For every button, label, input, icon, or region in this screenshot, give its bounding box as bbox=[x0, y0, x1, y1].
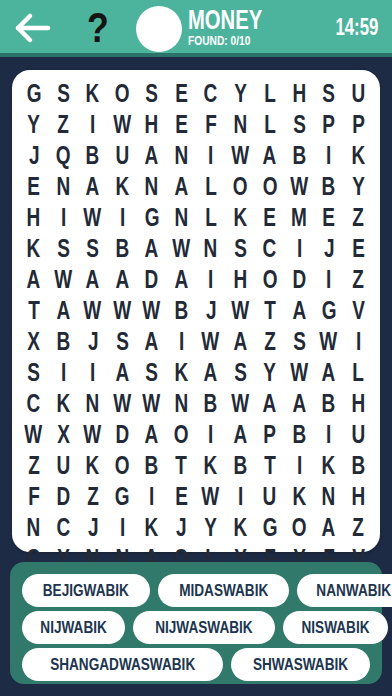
grid-cell[interactable]: A bbox=[137, 233, 167, 264]
grid-letter: U bbox=[56, 450, 70, 481]
grid-cell[interactable]: A bbox=[226, 419, 256, 450]
grid-cell[interactable]: N bbox=[196, 233, 226, 264]
grid-cell[interactable]: F bbox=[196, 109, 226, 140]
grid-cell[interactable]: J bbox=[167, 512, 197, 543]
grid-letter: B bbox=[86, 140, 100, 171]
grid-cell[interactable]: I bbox=[314, 419, 344, 450]
grid-cell[interactable]: A bbox=[167, 171, 197, 202]
grid-letter: X bbox=[57, 419, 70, 450]
grid-letter: J bbox=[176, 512, 187, 543]
grid-cell[interactable]: E bbox=[167, 481, 197, 512]
grid-cell[interactable]: O bbox=[108, 78, 138, 109]
grid-letter: Z bbox=[57, 109, 69, 140]
grid-cell[interactable]: H bbox=[137, 109, 167, 140]
grid-cell[interactable]: B bbox=[167, 295, 197, 326]
grid-letter: W bbox=[231, 295, 249, 326]
grid-letter: C bbox=[56, 512, 70, 543]
grid-cell[interactable]: U bbox=[344, 78, 374, 109]
title-block: MONEY FOUND: 0/10 bbox=[188, 6, 318, 48]
grid-letter: W bbox=[172, 233, 190, 264]
grid-cell[interactable]: M bbox=[285, 202, 315, 233]
grid-letter: D bbox=[115, 419, 129, 450]
grid-cell[interactable]: W bbox=[285, 171, 315, 202]
grid-cell[interactable]: Y bbox=[19, 109, 49, 140]
grid-cell[interactable]: Q bbox=[49, 140, 79, 171]
grid-cell[interactable]: J bbox=[78, 512, 108, 543]
grid-letter: A bbox=[145, 140, 159, 171]
grid-letter: W bbox=[84, 295, 102, 326]
grid-cell[interactable]: X bbox=[19, 326, 49, 357]
grid-cell[interactable]: G bbox=[255, 512, 285, 543]
grid-cell[interactable]: O bbox=[255, 171, 285, 202]
grid-cell[interactable]: W bbox=[226, 388, 256, 419]
grid-cell[interactable]: Y bbox=[196, 512, 226, 543]
grid-cell[interactable]: V bbox=[344, 295, 374, 326]
grid-cell[interactable]: I bbox=[344, 326, 374, 357]
grid-cell[interactable]: I bbox=[314, 264, 344, 295]
grid-cell[interactable]: W bbox=[78, 295, 108, 326]
grid-cell[interactable]: E bbox=[255, 202, 285, 233]
grid-letter: T bbox=[175, 450, 187, 481]
grid-letter: N bbox=[86, 388, 100, 419]
grid-cell[interactable]: H bbox=[19, 202, 49, 233]
grid-letter: J bbox=[87, 326, 98, 357]
grid-cell[interactable]: Z bbox=[19, 450, 49, 481]
grid-cell[interactable]: C bbox=[49, 512, 79, 543]
grid-letter: D bbox=[56, 481, 70, 512]
grid-cell[interactable]: I bbox=[196, 264, 226, 295]
grid-letter: L bbox=[264, 78, 276, 109]
grid-letter: A bbox=[115, 357, 129, 388]
grid-cell[interactable]: W bbox=[226, 295, 256, 326]
grid-cell[interactable]: J bbox=[78, 326, 108, 357]
grid-cell[interactable]: N bbox=[167, 388, 197, 419]
grid-cell[interactable]: Z bbox=[344, 264, 374, 295]
grid-cell[interactable]: A bbox=[255, 140, 285, 171]
grid-cell[interactable]: H bbox=[285, 78, 315, 109]
grid-cell[interactable]: A bbox=[285, 295, 315, 326]
grid-letter: W bbox=[143, 388, 161, 419]
grid-cell[interactable]: W bbox=[226, 140, 256, 171]
grid-cell[interactable]: U bbox=[255, 481, 285, 512]
grid-letter: H bbox=[233, 264, 247, 295]
grid-cell[interactable]: Y bbox=[255, 357, 285, 388]
word-pill[interactable]: NIJWASWABIK bbox=[133, 611, 275, 644]
grid-letter: A bbox=[233, 326, 247, 357]
grid-cell[interactable]: B bbox=[49, 326, 79, 357]
grid-cell[interactable]: W bbox=[49, 264, 79, 295]
grid-cell[interactable]: I bbox=[78, 357, 108, 388]
grid-letter: D bbox=[145, 264, 159, 295]
grid-letter: A bbox=[292, 295, 306, 326]
grid-cell[interactable]: A bbox=[78, 171, 108, 202]
grid-cell[interactable]: S bbox=[108, 326, 138, 357]
grid-cell[interactable]: K bbox=[314, 450, 344, 481]
word-pill-label: SHWASWABIK bbox=[253, 655, 348, 675]
grid-cell[interactable]: Z bbox=[78, 481, 108, 512]
back-button[interactable] bbox=[13, 11, 53, 45]
letter-grid: GSKOSECYLHSUYZIWHEFNLSPPJQBUANIWABIKENAK… bbox=[12, 70, 380, 552]
grid-cell[interactable]: S bbox=[137, 78, 167, 109]
grid-letter: O bbox=[174, 419, 189, 450]
grid-cell[interactable]: K bbox=[137, 512, 167, 543]
top-bar: ? MONEY FOUND: 0/10 14:59 bbox=[0, 0, 392, 53]
grid-cell[interactable]: N bbox=[314, 481, 344, 512]
grid-letter: W bbox=[143, 295, 161, 326]
word-pill-label: NANWABIK bbox=[316, 581, 391, 601]
grid-cell[interactable]: C bbox=[19, 388, 49, 419]
grid-letter: U bbox=[351, 419, 365, 450]
grid-cell[interactable]: K bbox=[167, 357, 197, 388]
grid-letter: W bbox=[231, 388, 249, 419]
grid-cell[interactable]: C bbox=[255, 233, 285, 264]
grid-cell[interactable]: S bbox=[49, 78, 79, 109]
grid-cell[interactable]: N bbox=[167, 140, 197, 171]
grid-letter: I bbox=[297, 450, 302, 481]
grid-letter: K bbox=[351, 140, 365, 171]
grid-cell[interactable]: W bbox=[108, 295, 138, 326]
word-pill[interactable]: NIJWABIK bbox=[22, 611, 125, 644]
grid-cell[interactable]: A bbox=[255, 388, 285, 419]
grid-cell[interactable]: I bbox=[137, 481, 167, 512]
grid-letter: Z bbox=[28, 450, 40, 481]
grid-letter: J bbox=[323, 233, 334, 264]
grid-cell[interactable]: W bbox=[196, 481, 226, 512]
grid-letter: I bbox=[149, 481, 154, 512]
grid-letter: K bbox=[233, 512, 247, 543]
grid-cell[interactable]: T bbox=[19, 295, 49, 326]
grid-letter: O bbox=[115, 78, 130, 109]
grid-cell[interactable]: Z bbox=[344, 512, 374, 543]
grid-letter: G bbox=[26, 78, 41, 109]
grid-cell[interactable]: I bbox=[285, 450, 315, 481]
grid-cell[interactable]: W bbox=[78, 419, 108, 450]
grid-cell[interactable]: C bbox=[196, 78, 226, 109]
grid-cell[interactable]: A bbox=[137, 140, 167, 171]
grid-cell[interactable]: A bbox=[108, 357, 138, 388]
grid-letter: O bbox=[233, 171, 248, 202]
grid-cell[interactable]: I bbox=[196, 140, 226, 171]
grid-cell[interactable]: B bbox=[196, 388, 226, 419]
grid-cell[interactable]: S bbox=[137, 357, 167, 388]
grid-cell[interactable]: K bbox=[49, 388, 79, 419]
grid-letter: W bbox=[202, 481, 220, 512]
grid-letter: N bbox=[233, 109, 247, 140]
grid-letter: A bbox=[145, 419, 159, 450]
word-pill-label: SHANGADWASWABIK bbox=[50, 655, 195, 675]
grid-letter: I bbox=[356, 326, 361, 357]
grid-cell[interactable]: S bbox=[285, 109, 315, 140]
grid-cell[interactable]: G bbox=[314, 295, 344, 326]
grid-cell[interactable]: K bbox=[78, 78, 108, 109]
grid-cell[interactable]: I bbox=[49, 357, 79, 388]
grid-cell[interactable]: B bbox=[314, 171, 344, 202]
grid-cell[interactable]: Y bbox=[344, 171, 374, 202]
grid-letter: I bbox=[208, 264, 213, 295]
grid-cell[interactable]: F bbox=[19, 481, 49, 512]
grid-letter: A bbox=[145, 233, 159, 264]
grid-letter: H bbox=[145, 109, 159, 140]
grid-cell[interactable]: K bbox=[19, 233, 49, 264]
grid-cell[interactable]: A bbox=[226, 326, 256, 357]
grid-letter: Y bbox=[27, 109, 40, 140]
grid-cell[interactable]: I bbox=[78, 109, 108, 140]
grid-letter: B bbox=[322, 388, 336, 419]
grid-cell[interactable]: T bbox=[255, 450, 285, 481]
word-pill[interactable]: SHWASWABIK bbox=[231, 648, 370, 681]
grid-cell[interactable]: S bbox=[49, 233, 79, 264]
grid-cell[interactable]: N bbox=[49, 171, 79, 202]
grid-cell[interactable]: S bbox=[285, 326, 315, 357]
grid-cell[interactable]: B bbox=[78, 140, 108, 171]
grid-cell[interactable]: K bbox=[78, 450, 108, 481]
word-pill[interactable]: SHANGADWASWABIK bbox=[22, 648, 223, 681]
grid-letter: H bbox=[27, 202, 41, 233]
grid-cell[interactable]: B bbox=[314, 388, 344, 419]
grid-cell[interactable]: A bbox=[137, 419, 167, 450]
grid-cell[interactable]: E bbox=[167, 109, 197, 140]
grid-cell[interactable]: G bbox=[19, 78, 49, 109]
grid-cell[interactable]: U bbox=[344, 419, 374, 450]
grid-cell[interactable]: S bbox=[19, 357, 49, 388]
grid-letter: U bbox=[351, 78, 365, 109]
grid-letter: A bbox=[204, 357, 218, 388]
grid-cell[interactable]: W bbox=[167, 233, 197, 264]
grid-letter: W bbox=[84, 202, 102, 233]
grid-cell[interactable]: B bbox=[285, 419, 315, 450]
grid-cell[interactable]: K bbox=[196, 450, 226, 481]
grid-letter: N bbox=[27, 512, 41, 543]
grid-cell[interactable]: Z bbox=[344, 202, 374, 233]
grid-cell[interactable]: H bbox=[344, 481, 374, 512]
grid-cell[interactable]: E bbox=[19, 171, 49, 202]
grid-letter: A bbox=[115, 264, 129, 295]
grid-letter: S bbox=[293, 326, 306, 357]
word-row: NIJWABIKNIJWASWABIKNISWABIKNIW bbox=[22, 611, 382, 644]
grid-cell[interactable]: O bbox=[285, 512, 315, 543]
grid-letter: W bbox=[113, 109, 131, 140]
grid-cell[interactable]: A bbox=[196, 357, 226, 388]
grid-cell[interactable]: O bbox=[108, 450, 138, 481]
grid-letter: B bbox=[145, 450, 159, 481]
help-button[interactable]: ? bbox=[76, 4, 120, 52]
grid-letter: K bbox=[56, 388, 70, 419]
grid-cell[interactable]: N bbox=[137, 171, 167, 202]
grid-letter: P bbox=[352, 109, 365, 140]
grid-cell[interactable]: A bbox=[108, 264, 138, 295]
grid-cell[interactable]: A bbox=[49, 295, 79, 326]
word-pill-label: BEJIGWABIK bbox=[43, 581, 129, 601]
grid-letter: I bbox=[238, 481, 243, 512]
grid-letter: I bbox=[326, 140, 331, 171]
grid-letter: E bbox=[175, 109, 188, 140]
grid-cell[interactable]: O bbox=[255, 264, 285, 295]
grid-letter: I bbox=[326, 419, 331, 450]
grid-cell[interactable]: K bbox=[344, 140, 374, 171]
grid-letter: I bbox=[120, 512, 125, 543]
grid-letter: N bbox=[204, 233, 218, 264]
grid-cell[interactable]: N bbox=[167, 202, 197, 233]
grid-letter: W bbox=[231, 140, 249, 171]
grid-cell[interactable]: J bbox=[19, 140, 49, 171]
grid-cell[interactable]: K bbox=[108, 171, 138, 202]
grid-letter: B bbox=[292, 140, 306, 171]
grid-letter: S bbox=[27, 357, 40, 388]
grid-cell[interactable]: I bbox=[285, 233, 315, 264]
grid-letter: T bbox=[28, 295, 40, 326]
word-pill-label: NIJWASWABIK bbox=[155, 618, 252, 638]
grid-cell[interactable]: W bbox=[314, 326, 344, 357]
word-pill[interactable]: BEJIGWABIK bbox=[22, 574, 150, 607]
grid-cell[interactable]: Z bbox=[255, 326, 285, 357]
grid-cell[interactable]: O bbox=[226, 171, 256, 202]
grid-cell[interactable]: T bbox=[255, 295, 285, 326]
grid-cell[interactable]: I bbox=[167, 326, 197, 357]
grid-cell[interactable]: D bbox=[49, 481, 79, 512]
grid-letter: I bbox=[90, 357, 95, 388]
grid-cell[interactable]: S bbox=[226, 233, 256, 264]
grid-cell[interactable]: S bbox=[226, 357, 256, 388]
grid-letter: W bbox=[290, 357, 308, 388]
letter-grid-card: GSKOSECYLHSUYZIWHEFNLSPPJQBUANIWABIKENAK… bbox=[12, 70, 380, 552]
grid-cell[interactable]: B bbox=[285, 140, 315, 171]
grid-letter: G bbox=[262, 512, 277, 543]
grid-letter: K bbox=[292, 481, 306, 512]
grid-cell[interactable]: N bbox=[78, 388, 108, 419]
grid-letter: A bbox=[322, 512, 336, 543]
grid-cell[interactable]: S bbox=[314, 78, 344, 109]
grid-cell[interactable]: W bbox=[137, 388, 167, 419]
word-pill[interactable]: NANWABIK bbox=[297, 574, 392, 607]
grid-cell[interactable]: N bbox=[226, 109, 256, 140]
grid-letter: A bbox=[292, 388, 306, 419]
grid-letter: B bbox=[204, 388, 218, 419]
grid-cell[interactable]: O bbox=[167, 419, 197, 450]
grid-cell[interactable]: W bbox=[285, 357, 315, 388]
grid-cell[interactable]: L bbox=[196, 202, 226, 233]
grid-cell[interactable]: B bbox=[226, 450, 256, 481]
grid-letter: W bbox=[113, 295, 131, 326]
grid-letter: A bbox=[174, 264, 188, 295]
grid-letter: D bbox=[292, 264, 306, 295]
grid-letter: S bbox=[57, 233, 70, 264]
grid-cell[interactable]: G bbox=[108, 481, 138, 512]
grid-cell[interactable]: E bbox=[314, 202, 344, 233]
grid-cell[interactable]: A bbox=[167, 264, 197, 295]
word-pill[interactable]: NISWABIK bbox=[283, 611, 388, 644]
grid-cell[interactable]: A bbox=[285, 388, 315, 419]
grid-letter: P bbox=[322, 109, 335, 140]
grid-cell[interactable]: B bbox=[344, 450, 374, 481]
grid-letter: K bbox=[115, 171, 129, 202]
grid-letter: K bbox=[174, 357, 188, 388]
grid-cell[interactable]: W bbox=[137, 295, 167, 326]
grid-cell[interactable]: G bbox=[137, 202, 167, 233]
grid-cell[interactable]: Z bbox=[49, 109, 79, 140]
grid-letter: K bbox=[145, 512, 159, 543]
grid-cell[interactable]: L bbox=[255, 78, 285, 109]
grid-cell[interactable]: T bbox=[167, 450, 197, 481]
grid-cell[interactable]: U bbox=[49, 450, 79, 481]
grid-cell[interactable]: N bbox=[19, 512, 49, 543]
grid-letter: E bbox=[175, 78, 188, 109]
grid-cell[interactable]: J bbox=[196, 295, 226, 326]
grid-letter: Y bbox=[352, 171, 365, 202]
avatar[interactable] bbox=[136, 6, 182, 52]
grid-cell[interactable]: A bbox=[314, 512, 344, 543]
grid-cell[interactable]: I bbox=[108, 202, 138, 233]
grid-cell[interactable]: I bbox=[49, 202, 79, 233]
grid-cell[interactable]: W bbox=[196, 326, 226, 357]
grid-cell[interactable]: Y bbox=[226, 78, 256, 109]
grid-cell[interactable]: U bbox=[108, 140, 138, 171]
grid-letter: B bbox=[292, 419, 306, 450]
grid-letter: H bbox=[351, 388, 365, 419]
grid-cell[interactable]: L bbox=[196, 171, 226, 202]
grid-cell[interactable]: A bbox=[137, 326, 167, 357]
grid-cell[interactable]: A bbox=[314, 357, 344, 388]
grid-cell[interactable]: B bbox=[137, 450, 167, 481]
grid-cell[interactable]: D bbox=[108, 419, 138, 450]
grid-cell[interactable]: P bbox=[314, 109, 344, 140]
grid-cell[interactable]: I bbox=[314, 140, 344, 171]
grid-cell[interactable]: I bbox=[108, 512, 138, 543]
grid-cell[interactable]: A bbox=[78, 264, 108, 295]
grid-letter: S bbox=[322, 78, 335, 109]
grid-cell[interactable]: A bbox=[19, 264, 49, 295]
grid-cell[interactable]: E bbox=[344, 233, 374, 264]
grid-cell[interactable]: W bbox=[19, 419, 49, 450]
grid-cell[interactable]: W bbox=[78, 202, 108, 233]
grid-letter: I bbox=[179, 326, 184, 357]
grid-letter: W bbox=[202, 326, 220, 357]
grid-cell[interactable]: K bbox=[226, 202, 256, 233]
grid-cell[interactable]: H bbox=[344, 388, 374, 419]
word-row: BEJIGWABIKMIDASWABIKNANWABIKN bbox=[22, 574, 382, 607]
grid-cell[interactable]: L bbox=[344, 357, 374, 388]
grid-letter: W bbox=[84, 419, 102, 450]
grid-cell[interactable]: H bbox=[226, 264, 256, 295]
grid-letter: T bbox=[264, 295, 276, 326]
grid-cell[interactable]: D bbox=[137, 264, 167, 295]
grid-letter: C bbox=[27, 388, 41, 419]
grid-cell[interactable]: K bbox=[226, 512, 256, 543]
grid-cell[interactable]: D bbox=[285, 264, 315, 295]
grid-cell[interactable]: P bbox=[344, 109, 374, 140]
grid-cell[interactable]: W bbox=[108, 388, 138, 419]
grid-cell[interactable]: P bbox=[255, 419, 285, 450]
grid-cell[interactable]: L bbox=[255, 109, 285, 140]
grid-cell[interactable]: B bbox=[108, 233, 138, 264]
word-list-panel: BEJIGWABIKMIDASWABIKNANWABIKN NIJWABIKNI… bbox=[10, 562, 382, 684]
grid-cell[interactable]: E bbox=[167, 78, 197, 109]
word-pill-label: MIDASWABIK bbox=[179, 581, 268, 601]
grid-cell[interactable]: W bbox=[108, 109, 138, 140]
grid-cell[interactable]: I bbox=[196, 419, 226, 450]
grid-cell[interactable]: K bbox=[285, 481, 315, 512]
grid-cell[interactable]: J bbox=[314, 233, 344, 264]
grid-letter: I bbox=[208, 140, 213, 171]
grid-cell[interactable]: X bbox=[49, 419, 79, 450]
grid-letter: F bbox=[205, 109, 217, 140]
grid-letter: J bbox=[28, 140, 39, 171]
grid-cell[interactable]: I bbox=[226, 481, 256, 512]
grid-letter: P bbox=[263, 419, 276, 450]
grid-cell[interactable]: S bbox=[78, 233, 108, 264]
grid-letter: A bbox=[233, 419, 247, 450]
word-pill[interactable]: MIDASWABIK bbox=[158, 574, 289, 607]
grid-letter: I bbox=[120, 202, 125, 233]
